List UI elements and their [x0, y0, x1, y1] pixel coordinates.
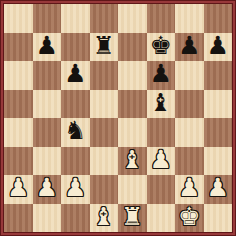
square-b2[interactable]: ♟ — [33, 175, 62, 204]
square-f5[interactable]: ♝ — [147, 90, 176, 119]
black-pawn-f6[interactable]: ♟ — [150, 61, 172, 88]
black-pawn-c6[interactable]: ♟ — [64, 61, 86, 88]
square-h4[interactable] — [204, 118, 233, 147]
white-pawn-g2[interactable]: ♟ — [178, 175, 200, 202]
square-c3[interactable] — [61, 147, 90, 176]
square-h3[interactable] — [204, 147, 233, 176]
black-king-f7[interactable]: ♚ — [150, 33, 172, 60]
square-b1[interactable] — [33, 204, 62, 233]
square-f6[interactable]: ♟ — [147, 61, 176, 90]
square-e2[interactable] — [118, 175, 147, 204]
square-b5[interactable] — [33, 90, 62, 119]
square-g1[interactable]: ♚ — [175, 204, 204, 233]
black-rook-d7[interactable]: ♜ — [93, 33, 115, 60]
square-g2[interactable]: ♟ — [175, 175, 204, 204]
square-a6[interactable] — [4, 61, 33, 90]
square-g7[interactable]: ♟ — [175, 33, 204, 62]
square-f7[interactable]: ♚ — [147, 33, 176, 62]
square-b3[interactable] — [33, 147, 62, 176]
square-a3[interactable] — [4, 147, 33, 176]
black-pawn-h7[interactable]: ♟ — [207, 33, 229, 60]
square-h1[interactable] — [204, 204, 233, 233]
square-c4[interactable]: ♞ — [61, 118, 90, 147]
square-d3[interactable] — [90, 147, 119, 176]
square-e8[interactable] — [118, 4, 147, 33]
chess-board: ♟♜♚♟♟♟♟♝♞♝♟♟♟♟♟♟♝♜♚ — [4, 4, 232, 232]
square-g5[interactable] — [175, 90, 204, 119]
square-g8[interactable] — [175, 4, 204, 33]
square-e3[interactable]: ♝ — [118, 147, 147, 176]
white-rook-e1[interactable]: ♜ — [121, 204, 143, 231]
chess-board-frame: ♟♜♚♟♟♟♟♝♞♝♟♟♟♟♟♟♝♜♚ — [0, 0, 236, 236]
white-pawn-c2[interactable]: ♟ — [64, 175, 86, 202]
square-b4[interactable] — [33, 118, 62, 147]
square-d2[interactable] — [90, 175, 119, 204]
square-f2[interactable] — [147, 175, 176, 204]
square-b7[interactable]: ♟ — [33, 33, 62, 62]
square-e1[interactable]: ♜ — [118, 204, 147, 233]
white-pawn-b2[interactable]: ♟ — [36, 175, 58, 202]
square-g6[interactable] — [175, 61, 204, 90]
square-e5[interactable] — [118, 90, 147, 119]
white-pawn-h2[interactable]: ♟ — [207, 175, 229, 202]
square-d4[interactable] — [90, 118, 119, 147]
square-c5[interactable] — [61, 90, 90, 119]
square-g3[interactable] — [175, 147, 204, 176]
white-king-g1[interactable]: ♚ — [178, 204, 200, 231]
square-h2[interactable]: ♟ — [204, 175, 233, 204]
square-d8[interactable] — [90, 4, 119, 33]
square-f1[interactable] — [147, 204, 176, 233]
square-b6[interactable] — [33, 61, 62, 90]
square-a8[interactable] — [4, 4, 33, 33]
black-pawn-g7[interactable]: ♟ — [178, 33, 200, 60]
square-d1[interactable]: ♝ — [90, 204, 119, 233]
white-pawn-f3[interactable]: ♟ — [150, 147, 172, 174]
square-d6[interactable] — [90, 61, 119, 90]
square-f3[interactable]: ♟ — [147, 147, 176, 176]
square-e6[interactable] — [118, 61, 147, 90]
square-c6[interactable]: ♟ — [61, 61, 90, 90]
square-d7[interactable]: ♜ — [90, 33, 119, 62]
square-a4[interactable] — [4, 118, 33, 147]
square-c2[interactable]: ♟ — [61, 175, 90, 204]
square-c1[interactable] — [61, 204, 90, 233]
black-pawn-b7[interactable]: ♟ — [36, 33, 58, 60]
white-bishop-d1[interactable]: ♝ — [93, 204, 115, 231]
square-h8[interactable] — [204, 4, 233, 33]
square-e4[interactable] — [118, 118, 147, 147]
square-f8[interactable] — [147, 4, 176, 33]
square-c8[interactable] — [61, 4, 90, 33]
square-g4[interactable] — [175, 118, 204, 147]
black-knight-c4[interactable]: ♞ — [64, 118, 86, 145]
white-bishop-e3[interactable]: ♝ — [121, 147, 143, 174]
square-c7[interactable] — [61, 33, 90, 62]
black-bishop-f5[interactable]: ♝ — [150, 90, 172, 117]
square-b8[interactable] — [33, 4, 62, 33]
square-a7[interactable] — [4, 33, 33, 62]
square-e7[interactable] — [118, 33, 147, 62]
square-d5[interactable] — [90, 90, 119, 119]
square-a1[interactable] — [4, 204, 33, 233]
white-pawn-a2[interactable]: ♟ — [7, 175, 29, 202]
square-h5[interactable] — [204, 90, 233, 119]
square-f4[interactable] — [147, 118, 176, 147]
square-a2[interactable]: ♟ — [4, 175, 33, 204]
square-a5[interactable] — [4, 90, 33, 119]
square-h6[interactable] — [204, 61, 233, 90]
square-h7[interactable]: ♟ — [204, 33, 233, 62]
